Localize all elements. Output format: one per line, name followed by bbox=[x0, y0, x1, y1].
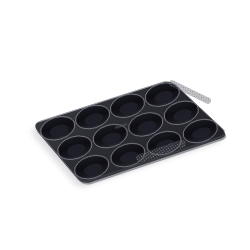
product-photo: Dark non-stick 12-cup muffin baking pan … bbox=[0, 0, 250, 250]
muffin-pan-image bbox=[0, 0, 250, 250]
